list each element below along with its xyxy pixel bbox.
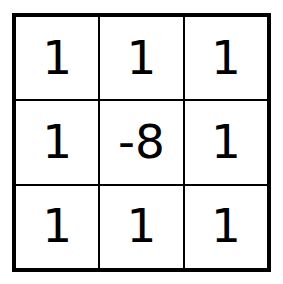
kernel-cell: 1 [15, 16, 99, 100]
kernel-cell: 1 [184, 16, 268, 100]
kernel-cell: 1 [184, 100, 268, 184]
kernel-cell: 1 [184, 185, 268, 269]
kernel-cell: 1 [15, 185, 99, 269]
kernel-cell: 1 [15, 100, 99, 184]
matrix-grid: 1 1 1 1 -8 1 1 1 1 [12, 13, 271, 272]
kernel-cell: 1 [99, 185, 183, 269]
kernel-cell: 1 [99, 16, 183, 100]
kernel-diagram: 1 1 1 1 -8 1 1 1 1 [0, 0, 283, 284]
kernel-cell-center: -8 [99, 100, 183, 184]
